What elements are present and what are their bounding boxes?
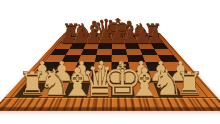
- piece-dark-pawn-h7[interactable]: ♟: [147, 26, 165, 46]
- chess-set-photo: ♜♞♝♛♚♝♞♜♟♟♟♟♟♟♟♟♟♟♟♟♟♟♟♟♜♞♝♛♚♝♞♜: [0, 0, 220, 124]
- piece-light-rook-h1[interactable]: ♜: [175, 68, 204, 101]
